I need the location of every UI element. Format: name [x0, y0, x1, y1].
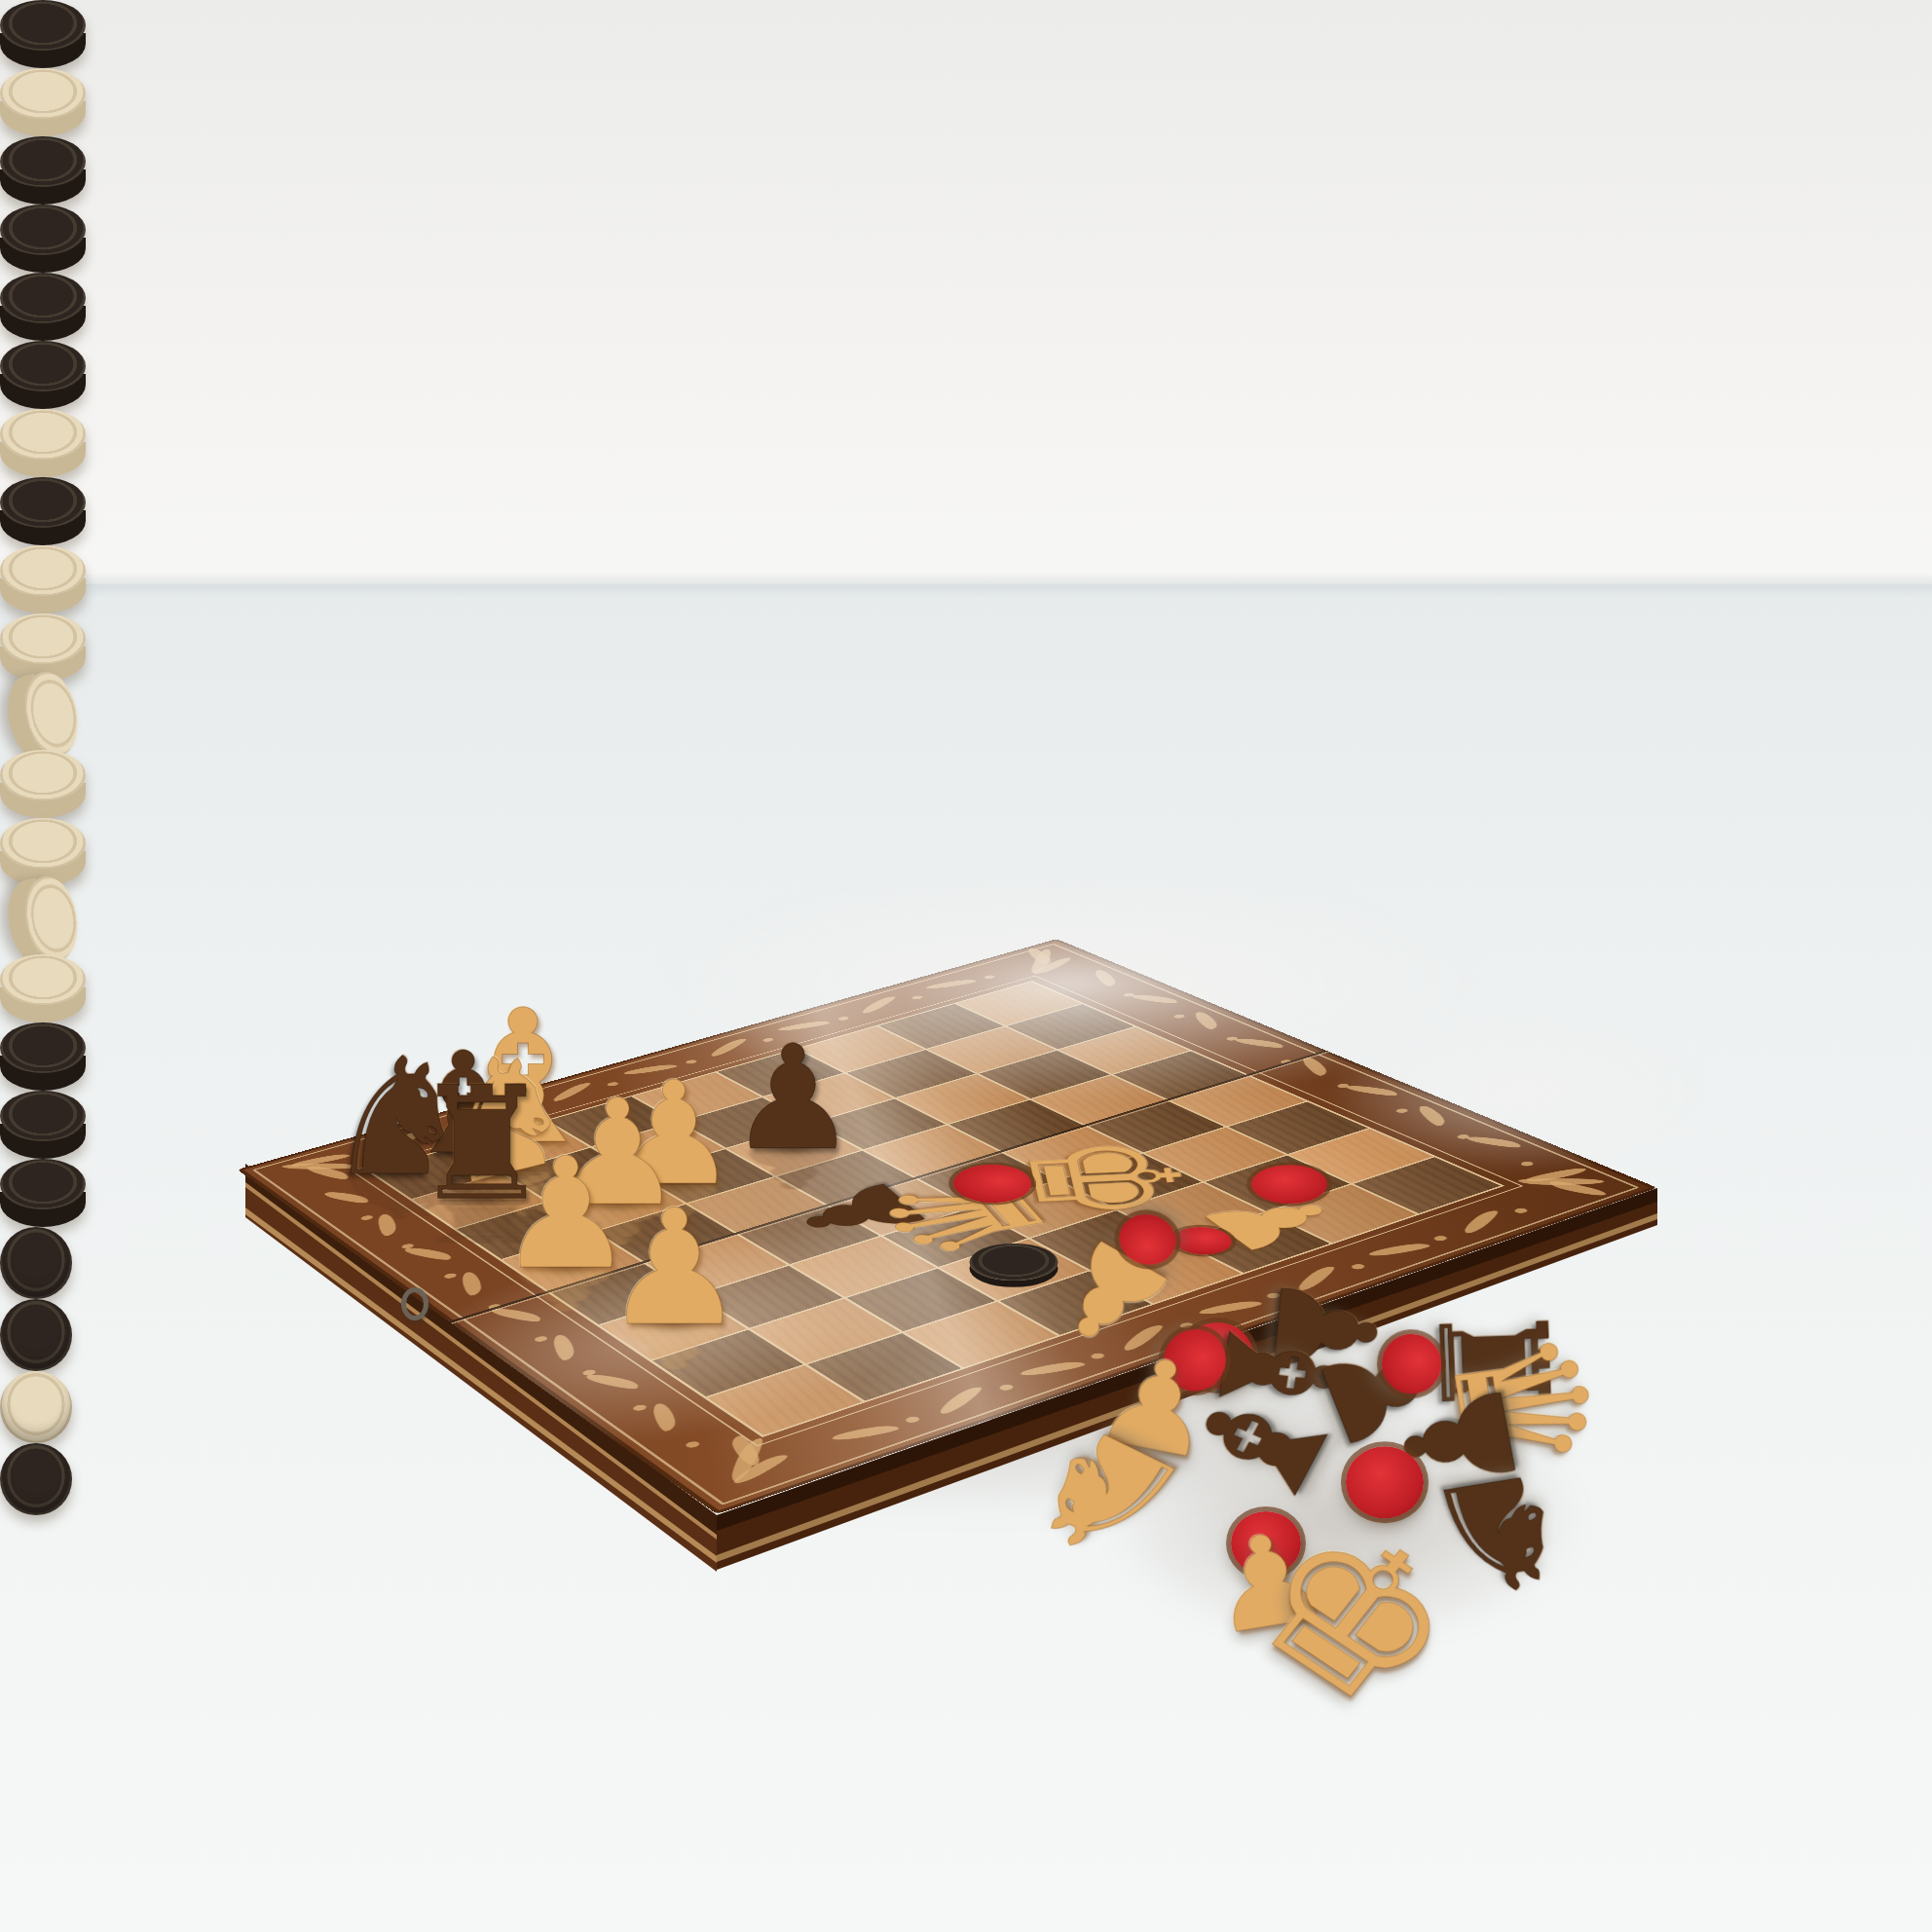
floor-checker-dark [0, 273, 86, 341]
checker-on-edge-light [0, 1371, 72, 1443]
checker-face [0, 1299, 72, 1371]
checker-top t-dark [970, 1244, 1059, 1281]
latch-eyelet-icon [397, 1283, 427, 1320]
floor-checker-dark [0, 136, 86, 204]
checker-top [0, 1022, 86, 1073]
checker-top [0, 477, 86, 528]
floor-checker-dark [0, 341, 86, 409]
standing-dark-pawn: ♟ [728, 1026, 858, 1170]
standing-light-pawn: ♟ [603, 1189, 746, 1349]
floor-checker-dark [0, 0, 86, 68]
floor-checker-light [0, 409, 86, 477]
floor-checker-dark [0, 477, 86, 545]
checker-top [0, 1091, 86, 1141]
floor-checker-light [0, 750, 86, 818]
checker-top [0, 409, 86, 460]
checker-top [0, 68, 86, 119]
checker-top [0, 273, 86, 323]
floor-checker-dark [0, 1091, 86, 1159]
floor-checker-dark [0, 1022, 86, 1091]
checker-face [0, 1371, 72, 1443]
felt-base [1251, 1166, 1327, 1204]
checker-on-edge-dark [0, 1443, 72, 1515]
checker-top [0, 750, 86, 800]
floor-checker-light [0, 954, 86, 1022]
floor-checker-light [0, 68, 86, 136]
checker-top [0, 341, 86, 391]
checker-top [0, 613, 86, 664]
floor-checker-light [0, 545, 86, 613]
checker-top [0, 954, 86, 1005]
checker-on-edge-dark [0, 1227, 72, 1299]
floor-checker-dark [0, 204, 86, 273]
fallen-checker [970, 1244, 1059, 1281]
checker-top [0, 818, 86, 869]
checker-top [0, 1159, 86, 1209]
checker-top [0, 0, 86, 51]
checker-top [0, 136, 86, 187]
floor-checker-dark [0, 1159, 86, 1227]
fallen-felt [1251, 1166, 1327, 1204]
checker-face [0, 1443, 72, 1515]
photo-stage: ♟♛♚♟♝♝♟♟♝♝♞♞♞♞♟♟♜♜♟♟♟♟♟♟ ♟♟♝♟♜♛♟♝♟♞♟♞♚ O… [0, 0, 1932, 1932]
checker-top [0, 204, 86, 255]
checker-top [0, 545, 86, 596]
checker-on-edge-dark [0, 1299, 72, 1371]
checker-face [0, 1227, 72, 1299]
